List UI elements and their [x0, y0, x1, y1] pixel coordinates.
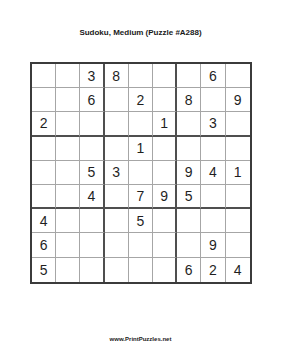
cell-r6c7: 5	[177, 185, 201, 209]
cell-r1c5	[129, 64, 153, 88]
cell-r3c6: 1	[153, 112, 177, 136]
cell-r1c4: 8	[105, 64, 129, 88]
cell-r7c8	[201, 209, 225, 233]
cell-r8c2	[56, 233, 80, 257]
puzzle-title: Sudoku, Medium (Puzzle #A288)	[0, 28, 281, 37]
cell-r7c7	[177, 209, 201, 233]
cell-r8c3	[80, 233, 104, 257]
cell-r9c4	[105, 258, 129, 282]
cell-r5c4: 3	[105, 161, 129, 185]
cell-r1c3: 3	[80, 64, 104, 88]
cell-r5c8: 4	[201, 161, 225, 185]
cell-r2c3: 6	[80, 88, 104, 112]
cell-r9c1: 5	[32, 258, 56, 282]
cell-r9c8: 2	[201, 258, 225, 282]
cell-r9c6	[153, 258, 177, 282]
cell-r3c3	[80, 112, 104, 136]
cell-r3c7	[177, 112, 201, 136]
cell-r7c4	[105, 209, 129, 233]
cell-r4c8	[201, 137, 225, 161]
cell-r1c1	[32, 64, 56, 88]
cell-r3c9	[226, 112, 250, 136]
cell-r2c7: 8	[177, 88, 201, 112]
cell-r2c8	[201, 88, 225, 112]
cell-r3c2	[56, 112, 80, 136]
cell-r6c3: 4	[80, 185, 104, 209]
cell-r8c5	[129, 233, 153, 257]
cell-r2c2	[56, 88, 80, 112]
cell-r8c7	[177, 233, 201, 257]
cell-r6c4	[105, 185, 129, 209]
cell-r1c6	[153, 64, 177, 88]
cell-r8c9	[226, 233, 250, 257]
cell-r4c7	[177, 137, 201, 161]
cell-r9c3	[80, 258, 104, 282]
cell-r2c5: 2	[129, 88, 153, 112]
cell-r9c2	[56, 258, 80, 282]
cell-r6c1	[32, 185, 56, 209]
cell-r3c4	[105, 112, 129, 136]
cell-r9c5	[129, 258, 153, 282]
cell-r5c7: 9	[177, 161, 201, 185]
cell-r3c5	[129, 112, 153, 136]
sudoku-board: 3866289213153941479545695624	[30, 62, 252, 284]
cell-r5c5	[129, 161, 153, 185]
cell-r1c9	[226, 64, 250, 88]
cell-r2c9: 9	[226, 88, 250, 112]
cell-r4c6	[153, 137, 177, 161]
cell-r6c6: 9	[153, 185, 177, 209]
cell-r7c9	[226, 209, 250, 233]
cell-r7c1: 4	[32, 209, 56, 233]
cell-r3c8: 3	[201, 112, 225, 136]
cell-r4c1	[32, 137, 56, 161]
cell-r8c6	[153, 233, 177, 257]
cell-r6c9	[226, 185, 250, 209]
cell-r2c1	[32, 88, 56, 112]
cell-r6c5: 7	[129, 185, 153, 209]
cell-r4c9	[226, 137, 250, 161]
cell-r4c4	[105, 137, 129, 161]
cell-r2c6	[153, 88, 177, 112]
cell-r9c9: 4	[226, 258, 250, 282]
footer-url: www.PrintPuzzles.net	[0, 336, 281, 342]
cell-r8c8: 9	[201, 233, 225, 257]
cell-r7c6	[153, 209, 177, 233]
cell-r7c5: 5	[129, 209, 153, 233]
cell-r8c1: 6	[32, 233, 56, 257]
cell-r5c1	[32, 161, 56, 185]
cell-r5c9: 1	[226, 161, 250, 185]
cell-r6c2	[56, 185, 80, 209]
cell-r2c4	[105, 88, 129, 112]
cell-r6c8	[201, 185, 225, 209]
cell-r4c2	[56, 137, 80, 161]
cell-r5c3: 5	[80, 161, 104, 185]
cell-r1c8: 6	[201, 64, 225, 88]
cell-r9c7: 6	[177, 258, 201, 282]
cell-r4c5: 1	[129, 137, 153, 161]
cell-r1c7	[177, 64, 201, 88]
cell-r8c4	[105, 233, 129, 257]
cell-r3c1: 2	[32, 112, 56, 136]
cell-r4c3	[80, 137, 104, 161]
cell-r7c2	[56, 209, 80, 233]
cell-r5c6	[153, 161, 177, 185]
cell-r5c2	[56, 161, 80, 185]
cell-r1c2	[56, 64, 80, 88]
cell-r7c3	[80, 209, 104, 233]
